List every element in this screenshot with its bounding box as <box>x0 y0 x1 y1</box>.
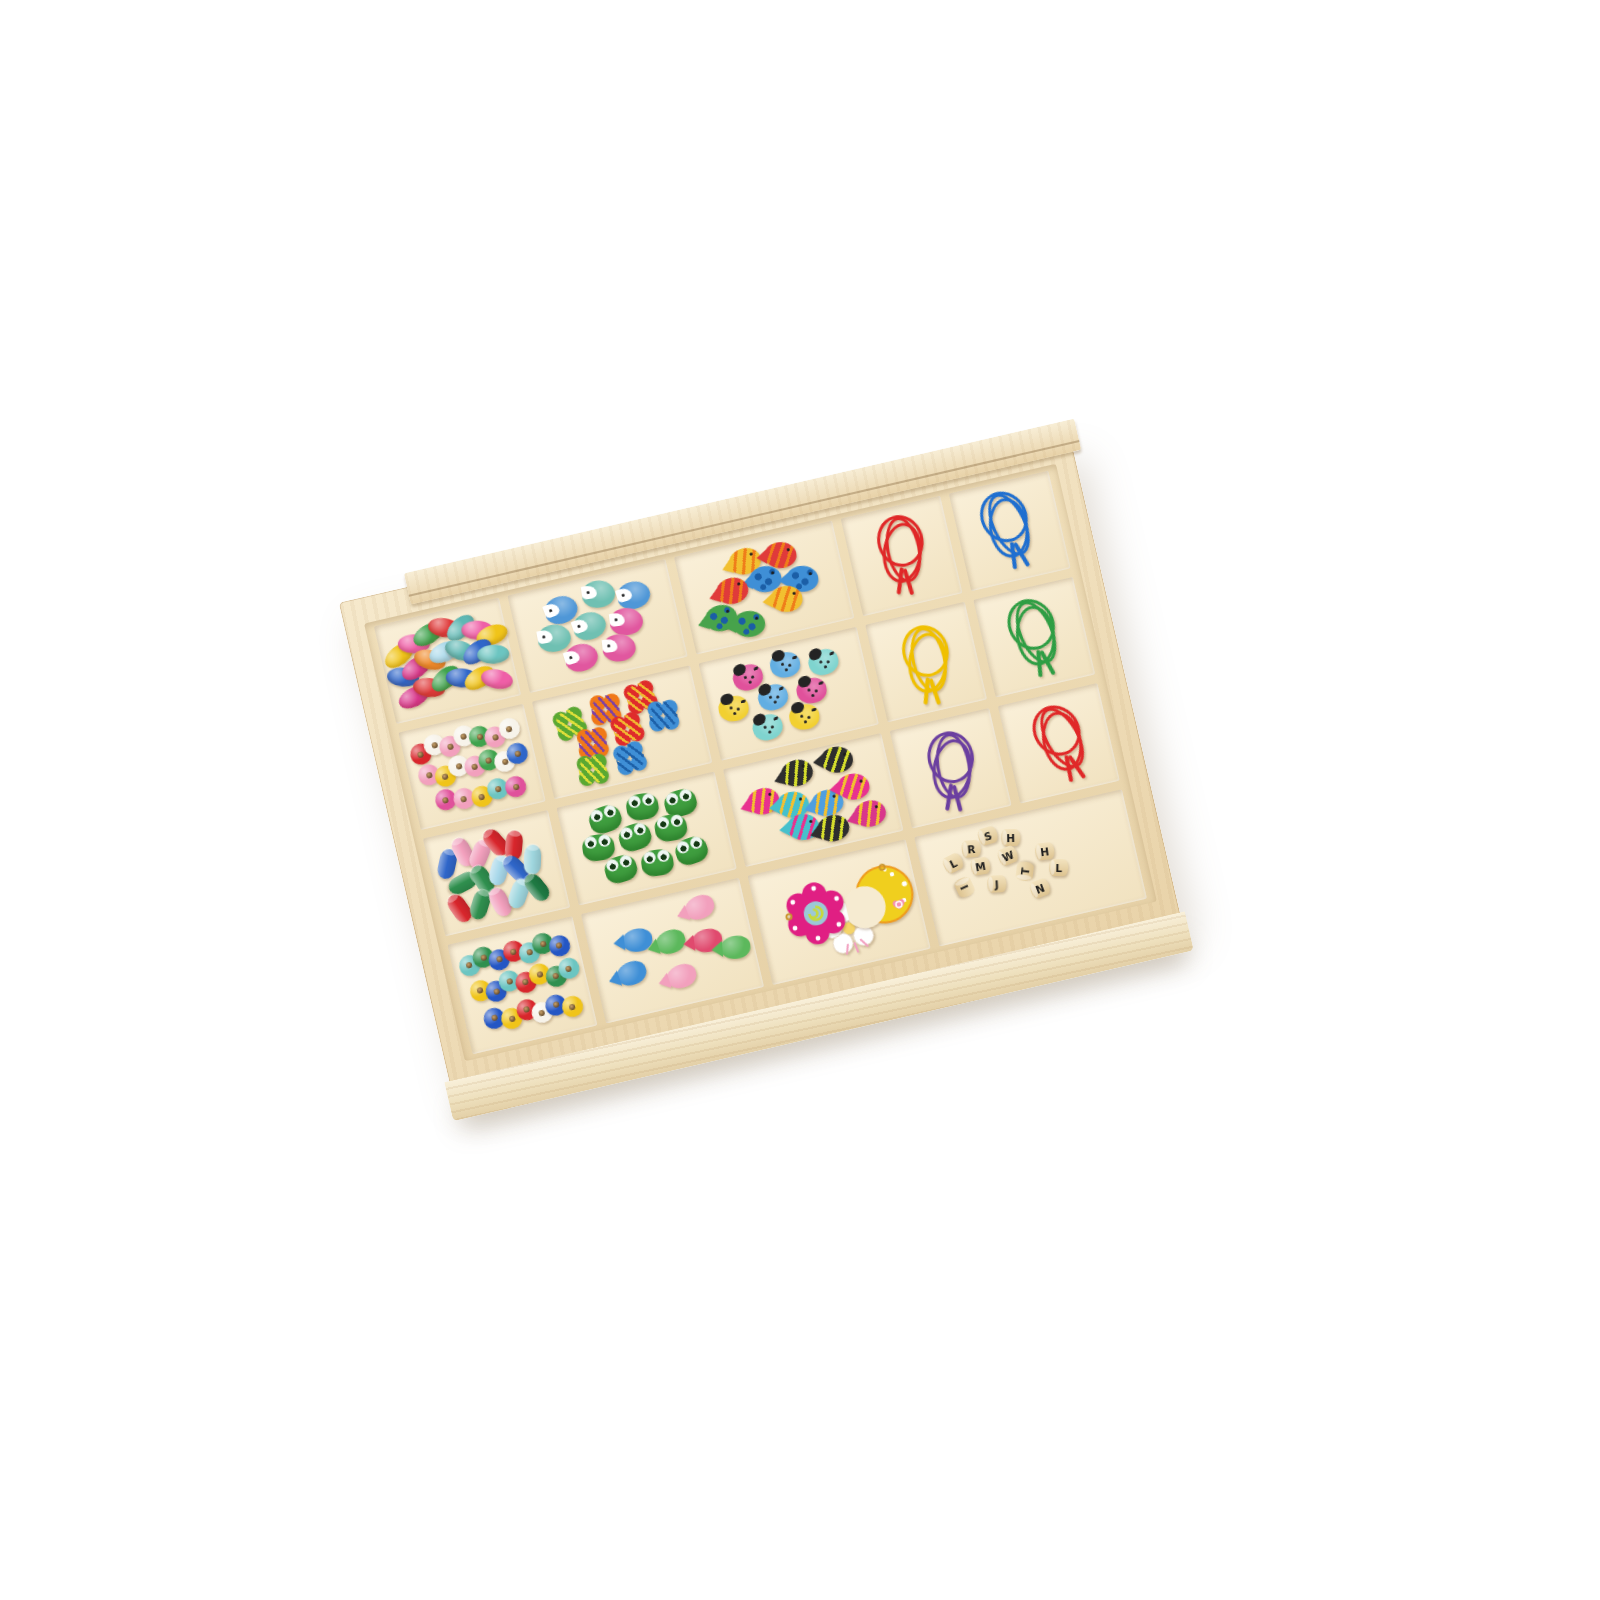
cord-bundle <box>867 509 934 595</box>
compartment-pendants <box>748 839 931 985</box>
hedgehog-bead <box>614 577 653 612</box>
letter-bead: S <box>976 824 999 846</box>
hedgehog-bead <box>601 633 637 663</box>
compartment-rounds-pastel <box>398 704 545 830</box>
letter-bead: I <box>953 875 976 899</box>
letter-bead: R <box>961 839 981 858</box>
striped-fish-bead <box>777 755 816 791</box>
fish-bead <box>613 958 649 990</box>
fish-bead <box>681 892 717 924</box>
cord-bundle <box>891 618 961 706</box>
hedgehog-bead <box>580 578 616 609</box>
letter-bead: H <box>1034 841 1055 860</box>
dog-bead <box>718 694 751 722</box>
compartment-cord-red-1 <box>841 496 963 616</box>
oval-bead <box>479 667 514 692</box>
letter-bead: H <box>1001 829 1020 846</box>
compartment-cylinders <box>423 810 570 936</box>
frog-bead <box>625 791 661 822</box>
compartment-fish-plain <box>581 878 764 1024</box>
compartment-cord-purple <box>890 708 1012 828</box>
frog-bead <box>615 820 653 855</box>
compartment-cord-blue <box>949 471 1071 591</box>
dog-bead <box>769 650 802 679</box>
cord-bundle <box>918 726 983 811</box>
letter-bead: L <box>1049 858 1068 875</box>
letter-bead: J <box>987 875 1007 893</box>
product-photo: LRSHMWIJTHLN <box>0 0 1600 1600</box>
round-bead <box>503 774 528 799</box>
cord-bundle <box>965 480 1048 575</box>
striped-fish-bead <box>820 745 855 775</box>
compartment-cord-green <box>973 577 1095 697</box>
fish-bead <box>719 935 751 961</box>
dog-bead <box>805 646 841 679</box>
cord-bundle <box>1017 692 1103 789</box>
frog-bead <box>640 848 675 878</box>
clover-bead <box>646 699 679 732</box>
letter-bead: N <box>1028 877 1052 900</box>
dog-bead <box>795 676 829 705</box>
compartment-cord-red-2 <box>998 683 1120 803</box>
dog-bead <box>750 711 786 744</box>
letter-bead: M <box>969 856 991 876</box>
pink-flower-pendant <box>778 875 854 951</box>
compartment-rounds-multi <box>448 916 598 1054</box>
clover-bead <box>575 753 609 787</box>
oval-bead <box>477 644 510 665</box>
striped-fish-bead <box>850 796 889 831</box>
compartment-ovals <box>374 598 521 724</box>
spotted-fish-bead <box>731 609 767 640</box>
hedgehog-bead <box>608 606 644 637</box>
fish-bead <box>664 961 699 992</box>
cord-bundle <box>993 588 1074 683</box>
dog-bead <box>755 681 791 714</box>
dog-bead <box>788 703 821 731</box>
bead-box: LRSHMWIJTHLN <box>339 434 1182 1087</box>
cylinder-bead <box>524 844 542 875</box>
compartment-cord-yellow <box>865 602 987 722</box>
letter-bead: L <box>941 851 966 875</box>
letter-bead: T <box>1015 861 1034 882</box>
